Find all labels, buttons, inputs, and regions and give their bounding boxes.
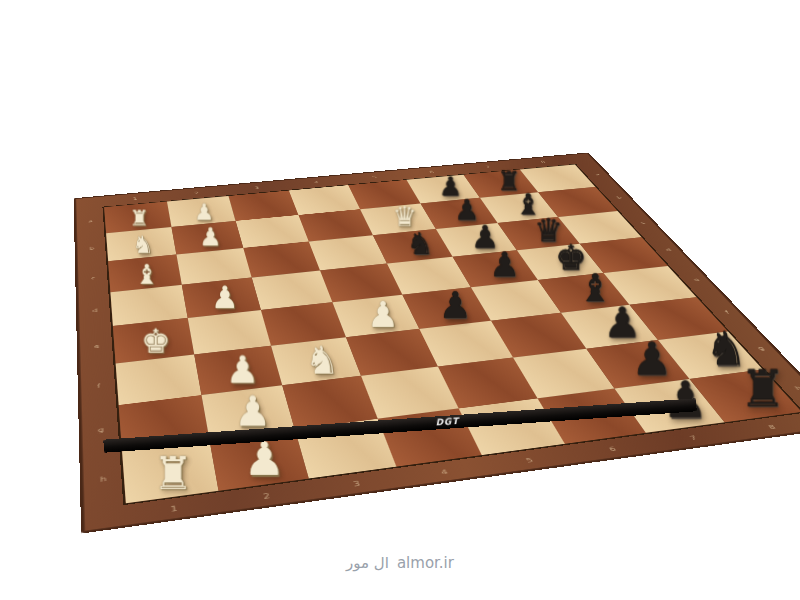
- board-frame: ♜♟♟♜♞♟♛♟♝♝♞♟♛♟♟♚♚♟♟♝♟♞♟♟♟♞♜♟♟♜ aa11bb22c…: [74, 152, 800, 533]
- coord-file-left-c: c: [91, 276, 96, 280]
- square-e5: ♟: [402, 287, 491, 329]
- coord-rank-far-2: 2: [194, 192, 199, 195]
- chess-board-photo: ♜♟♟♜♞♟♛♟♝♝♞♟♛♟♟♚♚♟♟♝♟♞♟♟♟♞♜♟♟♜ aa11bb22c…: [74, 152, 800, 533]
- white-queen-b5: ♛: [392, 204, 417, 232]
- coord-rank-near-8: 8: [767, 424, 778, 431]
- coord-rank-far-7: 7: [485, 166, 491, 169]
- coord-file-right-f: f: [724, 310, 731, 315]
- white-king-e1: ♚: [140, 325, 170, 358]
- square-g5: [438, 358, 538, 409]
- square-f1: [116, 355, 202, 405]
- coord-rank-far-5: 5: [372, 176, 378, 179]
- coord-file-left-h: h: [100, 475, 107, 482]
- square-e8: [604, 266, 697, 305]
- coord-rank-near-6: 6: [608, 446, 618, 453]
- coord-file-right-h: h: [793, 385, 800, 391]
- white-pawn-g2: ♟: [233, 392, 270, 434]
- white-pawn-h2: ♟: [243, 437, 285, 483]
- dgt-logo: DGT: [435, 416, 459, 428]
- coord-rank-near-5: 5: [525, 457, 535, 464]
- black-pawn-a6: ♟: [438, 174, 461, 200]
- black-pawn-d6: ♟: [489, 248, 520, 282]
- black-pawn-g7: ♟: [631, 337, 672, 383]
- black-pawn-f7: ♟: [603, 301, 641, 343]
- coord-file-left-d: d: [92, 308, 98, 313]
- square-c1: ♝: [108, 255, 182, 293]
- coord-rank-near-3: 3: [352, 480, 361, 488]
- coord-rank-near-1: 1: [170, 505, 178, 513]
- coord-file-right-e: e: [692, 277, 700, 281]
- coord-file-right-c: c: [639, 221, 646, 225]
- white-pawn-b2: ♟: [199, 225, 222, 250]
- black-pawn-c6: ♟: [470, 221, 498, 252]
- coord-rank-far-3: 3: [254, 186, 259, 189]
- white-knight-f3: ♞: [304, 341, 339, 380]
- coord-rank-far-4: 4: [314, 181, 319, 184]
- white-bishop-c1: ♝: [134, 261, 158, 288]
- coord-file-right-b: b: [616, 196, 623, 199]
- black-pawn-e5: ♟: [438, 287, 471, 324]
- coord-rank-near-2: 2: [263, 493, 271, 501]
- square-h8: ♜: [690, 370, 800, 423]
- black-rook-a7: ♜: [497, 168, 521, 195]
- square-c3: [243, 242, 320, 278]
- coord-file-left-f: f: [97, 383, 101, 389]
- coord-file-right-d: d: [664, 248, 672, 252]
- coord-rank-far-1: 1: [133, 197, 138, 200]
- white-pawn-e4: ♟: [366, 296, 398, 332]
- coord-rank-near-4: 4: [440, 469, 449, 476]
- coord-file-right-g: g: [756, 345, 766, 350]
- coord-file-right-a: a: [594, 173, 600, 176]
- watermark-arabic: ال مور: [346, 554, 389, 572]
- watermark-latin: almor.ir: [397, 554, 454, 572]
- white-rook-h1: ♜: [152, 450, 193, 495]
- white-pawn-a2: ♟: [193, 201, 213, 224]
- coord-file-left-a: a: [88, 219, 93, 223]
- black-pawn-b6: ♟: [454, 197, 480, 225]
- square-c2: [176, 248, 251, 285]
- square-f4: [346, 329, 438, 376]
- black-knight-g8: ♞: [704, 326, 746, 373]
- white-pawn-f2: ♟: [225, 351, 259, 389]
- white-rook-a1: ♜: [129, 208, 149, 230]
- coord-file-left-e: e: [94, 344, 100, 349]
- coord-rank-far-6: 6: [429, 171, 435, 174]
- white-knight-b1: ♞: [132, 233, 154, 257]
- black-bishop-b7: ♝: [514, 190, 540, 219]
- coord-rank-far-8: 8: [540, 161, 546, 164]
- black-queen-c7: ♛: [534, 214, 563, 246]
- coord-file-left-g: g: [98, 427, 104, 434]
- coord-rank-near-7: 7: [688, 435, 698, 442]
- watermark: ال مورalmor.ir: [0, 554, 800, 572]
- white-pawn-d2: ♟: [210, 282, 238, 313]
- coord-file-left-b: b: [89, 246, 94, 250]
- black-knight-c5: ♞: [406, 229, 433, 259]
- chess-board: ♜♟♟♜♞♟♛♟♝♝♞♟♛♟♟♚♚♟♟♝♟♞♟♟♟♞♜♟♟♜: [102, 164, 800, 505]
- black-rook-h8: ♜: [739, 364, 785, 415]
